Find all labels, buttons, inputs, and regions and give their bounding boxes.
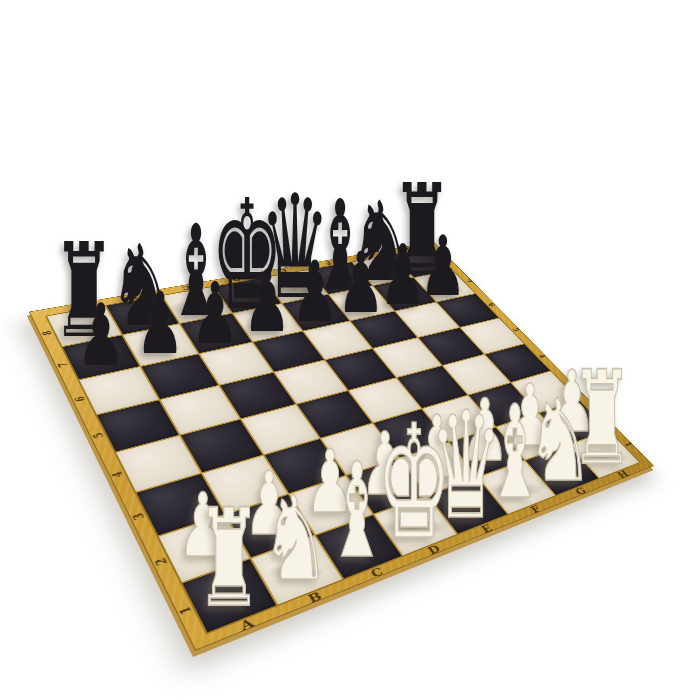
pawn-icon: ♟ — [291, 251, 339, 335]
chess-product-photo: AABBCCDDEEFFGGHH1122334455667788 ♜♞♝♚♛♝♞… — [0, 0, 700, 700]
pawn-icon: ♟ — [136, 282, 185, 368]
knight-icon: ♞ — [261, 480, 331, 597]
piece-black-pawn-b7[interactable]: ♟ — [130, 296, 191, 364]
pieces-layer: ♜♞♝♚♛♝♞♜♟♟♟♟♟♟♟♟♟♟♟♟♟♟♟♟♜♞♝♚♛♝♞♜ — [0, 0, 700, 700]
rook-icon: ♜ — [196, 491, 261, 626]
piece-black-pawn-c7[interactable]: ♟ — [185, 285, 246, 353]
piece-white-rook-a1[interactable]: ♜ — [188, 526, 270, 617]
pawn-icon: ♟ — [191, 271, 239, 356]
piece-black-pawn-d7[interactable]: ♟ — [237, 274, 297, 341]
piece-black-pawn-a7[interactable]: ♟ — [70, 308, 131, 376]
pawn-icon: ♟ — [76, 294, 125, 380]
pawn-icon: ♟ — [243, 260, 291, 345]
